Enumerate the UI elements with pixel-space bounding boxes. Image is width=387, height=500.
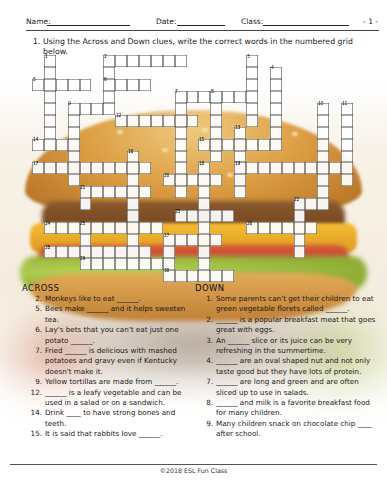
grid-block (56, 91, 68, 103)
grid-cell[interactable] (127, 246, 139, 258)
grid-cell[interactable] (198, 234, 210, 246)
clue-number: 2. (28, 294, 45, 304)
grid-block (329, 246, 341, 258)
grid-cell[interactable] (56, 246, 68, 258)
grid-block (305, 79, 317, 91)
class-label: Class: (241, 17, 263, 26)
grid-block (32, 103, 44, 115)
grid-cell[interactable] (246, 79, 258, 91)
grid-cell[interactable] (282, 222, 294, 234)
grid-cell[interactable] (198, 258, 210, 270)
grid-cell[interactable] (56, 139, 68, 151)
grid-cell[interactable] (127, 115, 139, 127)
grid-cell[interactable] (151, 258, 163, 270)
grid-cell[interactable] (175, 234, 187, 246)
grid-cell[interactable] (234, 91, 246, 103)
across-heading: ACROSS (22, 283, 194, 293)
grid-cell[interactable] (44, 67, 56, 79)
down-section: DOWN 1.Some parents can't get their chil… (195, 283, 381, 440)
grid-cell[interactable] (198, 246, 210, 258)
grid-block (187, 222, 199, 234)
down-clue-7: 7.______ are long and green and are ofte… (201, 377, 381, 398)
grid-block (175, 222, 187, 234)
across-clue-2: 2.Monkeys like to eat ______. (28, 294, 194, 304)
grid-cell[interactable] (127, 234, 139, 246)
grid-cell[interactable] (270, 127, 282, 139)
grid-cell[interactable]: 5 (32, 79, 44, 91)
grid-cell[interactable]: 2 (103, 55, 115, 67)
grid-block (246, 198, 258, 210)
grid-block (56, 198, 68, 210)
grid-cell[interactable] (317, 174, 329, 186)
grid-cell[interactable] (198, 174, 210, 186)
grid-cell[interactable] (329, 162, 341, 174)
grid-cell[interactable] (222, 91, 234, 103)
grid-cell[interactable] (317, 115, 329, 127)
grid-cell[interactable] (139, 115, 151, 127)
grid-cell[interactable] (317, 198, 329, 210)
grid-cell[interactable] (187, 91, 199, 103)
grid-block (103, 234, 115, 246)
down-clue-1: 1.Some parents can't get their children … (201, 294, 381, 315)
grid-block (91, 79, 103, 91)
grid-cell[interactable]: 24 (44, 222, 56, 234)
grid-cell[interactable] (103, 222, 115, 234)
grid-cell[interactable] (127, 79, 139, 91)
grid-block (80, 67, 92, 79)
grid-cell[interactable]: 11 (341, 103, 353, 115)
grid-cell[interactable]: 21 (80, 186, 92, 198)
grid-cell[interactable]: 6 (103, 79, 115, 91)
grid-block (317, 55, 329, 67)
grid-cell[interactable] (341, 139, 353, 151)
grid-cell[interactable] (151, 55, 163, 67)
grid-block (317, 270, 329, 282)
grid-cell[interactable] (210, 103, 222, 115)
clue-number: 14. (28, 408, 45, 429)
grid-block (139, 174, 151, 186)
grid-block (258, 186, 270, 198)
grid-block (341, 246, 353, 258)
grid-block (103, 115, 115, 127)
grid-block (198, 67, 210, 79)
grid-block (175, 258, 187, 270)
grid-block (91, 198, 103, 210)
grid-block (258, 67, 270, 79)
grid-block (258, 198, 270, 210)
grid-cell[interactable] (91, 103, 103, 115)
grid-cell[interactable] (68, 139, 80, 151)
grid-cell[interactable]: 27 (163, 234, 175, 246)
grid-block (258, 270, 270, 282)
grid-block (44, 198, 56, 210)
grid-cell[interactable] (139, 246, 151, 258)
grid-block (341, 186, 353, 198)
grid-block (139, 91, 151, 103)
grid-block (187, 162, 199, 174)
grid-cell[interactable] (294, 210, 306, 222)
grid-cell[interactable] (44, 127, 56, 139)
grid-block (56, 67, 68, 79)
grid-block (115, 151, 127, 163)
grid-cell[interactable] (246, 162, 258, 174)
grid-cell[interactable] (139, 55, 151, 67)
grid-cell[interactable] (258, 162, 270, 174)
grid-block (210, 67, 222, 79)
cell-number: 7 (175, 90, 178, 94)
grid-cell[interactable] (222, 270, 234, 282)
grid-cell[interactable] (91, 162, 103, 174)
grid-cell[interactable]: 16 (127, 151, 139, 163)
name-blank-line[interactable] (47, 16, 130, 26)
grid-block (91, 151, 103, 163)
grid-cell[interactable] (210, 151, 222, 163)
grid-block (151, 234, 163, 246)
grid-cell[interactable] (56, 222, 68, 234)
grid-cell[interactable] (222, 139, 234, 151)
across-section: ACROSS 2.Monkeys like to eat ______.5.Be… (22, 283, 194, 440)
grid-block (115, 127, 127, 139)
grid-cell[interactable] (68, 222, 80, 234)
grid-cell[interactable] (68, 162, 80, 174)
grid-cell[interactable] (175, 139, 187, 151)
grid-cell[interactable] (187, 234, 199, 246)
grid-block (222, 127, 234, 139)
grid-block (282, 246, 294, 258)
grid-cell[interactable] (80, 79, 92, 91)
grid-cell[interactable] (175, 270, 187, 282)
grid-cell[interactable] (44, 103, 56, 115)
grid-cell[interactable]: 20 (163, 174, 175, 186)
grid-cell[interactable]: 8 (210, 91, 222, 103)
grid-cell[interactable] (246, 139, 258, 151)
grid-cell[interactable]: 3 (246, 55, 258, 67)
grid-cell[interactable] (210, 139, 222, 151)
grid-cell[interactable] (222, 210, 234, 222)
grid-cell[interactable] (294, 246, 306, 258)
grid-cell[interactable] (175, 55, 187, 67)
grid-block (68, 186, 80, 198)
grid-cell[interactable] (127, 210, 139, 222)
grid-cell[interactable] (187, 210, 199, 222)
grid-cell[interactable] (210, 127, 222, 139)
grid-cell[interactable] (198, 222, 210, 234)
grid-block (32, 186, 44, 198)
grid-cell[interactable] (80, 103, 92, 115)
grid-cell[interactable] (91, 186, 103, 198)
grid-block (151, 246, 163, 258)
grid-cell[interactable] (151, 222, 163, 234)
grid-cell[interactable] (91, 246, 103, 258)
clue-number: 4. (201, 356, 216, 377)
grid-cell[interactable] (127, 198, 139, 210)
grid-cell[interactable] (305, 198, 317, 210)
down-clue-2: 2.______ is a popular breakfast meat tha… (201, 315, 381, 336)
grid-block (115, 198, 127, 210)
grid-block (282, 210, 294, 222)
grid-cell[interactable] (341, 162, 353, 174)
grid-block (68, 55, 80, 67)
grid-cell[interactable] (341, 127, 353, 139)
grid-block (258, 151, 270, 163)
grid-block (80, 55, 92, 67)
grid-cell[interactable] (317, 186, 329, 198)
grid-block (163, 127, 175, 139)
cell-number: 10 (318, 102, 323, 106)
grid-cell[interactable] (68, 246, 80, 258)
grid-cell[interactable] (270, 79, 282, 91)
grid-block (115, 174, 127, 186)
grid-cell[interactable] (91, 222, 103, 234)
grid-cell[interactable] (115, 79, 127, 91)
clue-number: 12. (28, 388, 45, 409)
grid-cell[interactable] (246, 103, 258, 115)
grid-cell[interactable] (56, 79, 68, 91)
grid-block (282, 103, 294, 115)
grid-cell[interactable]: 12 (115, 115, 127, 127)
grid-cell[interactable] (234, 186, 246, 198)
grid-block (329, 67, 341, 79)
grid-block (91, 174, 103, 186)
grid-cell[interactable]: 19 (234, 162, 246, 174)
grid-cell[interactable] (175, 186, 187, 198)
grid-cell[interactable]: 17 (32, 162, 44, 174)
grid-cell[interactable] (270, 115, 282, 127)
grid-cell[interactable] (305, 162, 317, 174)
grid-block (44, 210, 56, 222)
grid-cell[interactable] (187, 115, 199, 127)
grid-cell[interactable] (139, 186, 151, 198)
grid-block (127, 270, 139, 282)
grid-cell[interactable] (80, 162, 92, 174)
grid-block (246, 210, 258, 222)
grid-cell[interactable] (139, 79, 151, 91)
grid-cell[interactable] (198, 270, 210, 282)
grid-block (305, 270, 317, 282)
grid-block (103, 127, 115, 139)
grid-block (222, 67, 234, 79)
grid-block (234, 258, 246, 270)
grid-cell[interactable] (175, 162, 187, 174)
grid-block (80, 139, 92, 151)
grid-block (32, 270, 44, 282)
grid-cell[interactable] (246, 91, 258, 103)
grid-cell[interactable] (139, 258, 151, 270)
clue-number: 1. (201, 294, 216, 315)
grid-cell[interactable] (341, 115, 353, 127)
grid-cell[interactable]: 23 (175, 210, 187, 222)
grid-cell[interactable] (103, 186, 115, 198)
grid-cell[interactable] (246, 67, 258, 79)
grid-block (56, 151, 68, 163)
grid-cell[interactable] (103, 162, 115, 174)
grid-cell[interactable] (198, 210, 210, 222)
grid-cell[interactable]: 7 (175, 91, 187, 103)
grid-cell[interactable] (246, 115, 258, 127)
grid-block (139, 139, 151, 151)
grid-cell[interactable] (151, 115, 163, 127)
grid-block (294, 270, 306, 282)
grid-cell[interactable] (127, 186, 139, 198)
grid-cell[interactable] (270, 222, 282, 234)
grid-cell[interactable] (175, 151, 187, 163)
grid-cell[interactable] (115, 246, 127, 258)
grid-cell[interactable] (68, 127, 80, 139)
grid-cell[interactable] (258, 139, 270, 151)
grid-block (163, 210, 175, 222)
grid-block (305, 115, 317, 127)
grid-cell[interactable] (317, 127, 329, 139)
grid-cell[interactable] (175, 103, 187, 115)
grid-cell[interactable] (68, 151, 80, 163)
grid-cell[interactable] (115, 55, 127, 67)
grid-block (163, 103, 175, 115)
grid-cell[interactable] (270, 91, 282, 103)
grid-cell[interactable] (68, 115, 80, 127)
grid-cell[interactable]: 1 (44, 55, 56, 67)
grid-cell[interactable] (163, 55, 175, 67)
grid-cell[interactable] (127, 174, 139, 186)
grid-cell[interactable] (234, 139, 246, 151)
grid-cell[interactable] (175, 115, 187, 127)
grid-cell[interactable] (198, 186, 210, 198)
grid-cell[interactable] (115, 258, 127, 270)
grid-block (246, 174, 258, 186)
grid-cell[interactable] (317, 162, 329, 174)
grid-block (80, 127, 92, 139)
grid-cell[interactable] (187, 174, 199, 186)
grid-cell[interactable] (115, 186, 127, 198)
grid-block (329, 234, 341, 246)
grid-cell[interactable] (56, 162, 68, 174)
grid-cell[interactable]: 4 (270, 67, 282, 79)
grid-block (151, 162, 163, 174)
grid-block (222, 186, 234, 198)
grid-block (282, 79, 294, 91)
grid-cell[interactable] (80, 234, 92, 246)
grid-block (234, 79, 246, 91)
grid-block (80, 115, 92, 127)
grid-block (91, 55, 103, 67)
grid-cell[interactable] (68, 79, 80, 91)
grid-cell[interactable] (234, 174, 246, 186)
date-blank-line[interactable] (177, 16, 225, 26)
grid-block (103, 270, 115, 282)
grid-block (317, 246, 329, 258)
grid-cell[interactable] (91, 258, 103, 270)
grid-block (210, 258, 222, 270)
grid-cell[interactable] (317, 151, 329, 163)
grid-block (198, 55, 210, 67)
grid-cell[interactable] (210, 234, 222, 246)
grid-cell[interactable] (270, 162, 282, 174)
grid-block (103, 198, 115, 210)
grid-cell[interactable]: 15 (198, 139, 210, 151)
grid-cell[interactable] (163, 115, 175, 127)
grid-cell[interactable] (44, 162, 56, 174)
grid-cell[interactable] (282, 162, 294, 174)
clue-text: Some parents can't get their children to… (216, 294, 381, 315)
grid-cell[interactable] (103, 258, 115, 270)
grid-cell[interactable] (44, 79, 56, 91)
grid-cell[interactable] (115, 162, 127, 174)
grid-block (341, 222, 353, 234)
grid-cell[interactable] (294, 222, 306, 234)
grid-cell[interactable] (210, 174, 222, 186)
grid-cell[interactable]: 14 (32, 139, 44, 151)
class-blank-line[interactable] (263, 16, 349, 26)
grid-cell[interactable] (210, 210, 222, 222)
across-clue-14: 14.Drink ____ to have strong bones and t… (28, 408, 194, 429)
grid-cell[interactable]: 13 (234, 127, 246, 139)
grid-cell[interactable] (341, 151, 353, 163)
grid-cell[interactable] (341, 174, 353, 186)
grid-cell[interactable] (270, 103, 282, 115)
grid-block (282, 234, 294, 246)
grid-cell[interactable]: 28 (44, 246, 56, 258)
grid-cell[interactable] (80, 198, 92, 210)
grid-cell[interactable] (175, 127, 187, 139)
grid-cell[interactable] (44, 91, 56, 103)
grid-cell[interactable] (305, 222, 317, 234)
grid-cell[interactable] (317, 139, 329, 151)
grid-cell[interactable]: 18 (198, 162, 210, 174)
grid-block (163, 186, 175, 198)
grid-cell[interactable] (44, 115, 56, 127)
cell-number: 20 (164, 174, 169, 178)
grid-cell[interactable] (175, 174, 187, 186)
grid-cell[interactable] (139, 162, 151, 174)
grid-cell[interactable] (198, 91, 210, 103)
grid-cell[interactable] (127, 55, 139, 67)
grid-cell[interactable] (103, 103, 115, 115)
grid-block (175, 246, 187, 258)
grid-block (282, 270, 294, 282)
grid-cell[interactable] (294, 162, 306, 174)
grid-cell[interactable] (187, 270, 199, 282)
grid-cell[interactable]: 30 (163, 270, 175, 282)
grid-cell[interactable] (127, 222, 139, 234)
grid-cell[interactable]: 10 (317, 103, 329, 115)
grid-cell[interactable]: 26 (246, 222, 258, 234)
grid-cell[interactable]: 22 (294, 198, 306, 210)
grid-cell[interactable] (139, 222, 151, 234)
grid-block (282, 67, 294, 79)
grid-cell[interactable]: 9 (68, 103, 80, 115)
grid-cell[interactable] (210, 115, 222, 127)
grid-cell[interactable] (198, 198, 210, 210)
grid-cell[interactable] (103, 246, 115, 258)
grid-block (103, 210, 115, 222)
grid-cell[interactable] (294, 234, 306, 246)
grid-cell[interactable] (210, 270, 222, 282)
grid-cell[interactable]: 25 (80, 222, 92, 234)
grid-cell[interactable] (103, 91, 115, 103)
grid-cell[interactable] (127, 258, 139, 270)
grid-cell[interactable]: 29 (80, 258, 92, 270)
grid-cell[interactable] (270, 139, 282, 151)
grid-block (115, 67, 127, 79)
grid-cell[interactable] (258, 222, 270, 234)
grid-cell[interactable] (115, 222, 127, 234)
grid-block (80, 91, 92, 103)
grid-cell[interactable] (44, 139, 56, 151)
grid-block (151, 151, 163, 163)
grid-cell[interactable] (127, 162, 139, 174)
grid-cell[interactable] (163, 246, 175, 258)
grid-cell[interactable] (68, 174, 80, 186)
grid-block (32, 198, 44, 210)
